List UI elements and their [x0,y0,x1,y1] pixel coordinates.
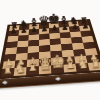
piece-white-bishop[interactable]: ♝ [63,56,77,71]
piece-black-pawn[interactable]: ♟ [10,28,17,36]
piece-black-pawn[interactable]: ♟ [20,27,27,35]
piece-white-rook[interactable]: ♜ [90,58,100,70]
square-d5[interactable] [39,39,50,46]
chess-board: ♜♞♝♛♚♝♞♜♟♟♟♟♟♟♟♟♟♟♟♟♟♟♟♟♜♞♝♛♚♝♞♜ [0,19,100,79]
piece-black-pawn[interactable]: ♟ [81,23,88,31]
square-f1[interactable]: ♝ [63,64,77,73]
piece-white-knight[interactable]: ♞ [76,57,88,70]
piece-white-rook[interactable]: ♜ [2,64,13,76]
square-f5[interactable] [60,38,72,45]
square-e5[interactable] [50,38,61,45]
piece-black-pawn[interactable]: ♟ [40,25,47,33]
chess-set-photo: ♜♞♝♛♚♝♞♜♟♟♟♟♟♟♟♟♟♟♟♟♟♟♟♟♜♞♝♛♚♝♞♜ [0,0,100,100]
clasp-left-icon [2,81,8,85]
piece-black-pawn[interactable]: ♟ [71,23,78,31]
square-a1[interactable]: ♜ [1,68,15,77]
chess-board-3d: ♜♞♝♛♚♝♞♜♟♟♟♟♟♟♟♟♟♟♟♟♟♟♟♟♜♞♝♛♚♝♞♜ [0,19,100,79]
square-h1[interactable]: ♜ [88,62,100,71]
square-b1[interactable]: ♞ [14,67,27,76]
piece-black-pawn[interactable]: ♟ [30,26,37,34]
square-e1[interactable]: ♚ [51,65,64,74]
piece-white-knight[interactable]: ♞ [14,62,26,75]
clasp-center-icon [55,77,61,81]
square-g1[interactable]: ♞ [75,63,89,72]
piece-black-pawn[interactable]: ♟ [61,24,68,32]
piece-black-pawn[interactable]: ♟ [51,25,58,33]
square-b5[interactable] [17,41,28,48]
